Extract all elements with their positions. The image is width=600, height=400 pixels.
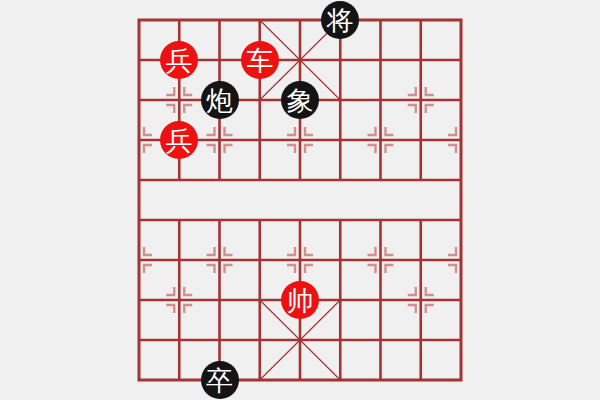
- board-point: 兵: [159, 120, 199, 160]
- board-point: 象: [280, 80, 320, 120]
- board-point: 将: [320, 0, 360, 40]
- xiangqi-diagram: 将兵车炮象兵帅卒: [0, 0, 600, 400]
- board-point: 卒: [199, 360, 239, 400]
- piece-red-soldier[interactable]: 兵: [160, 41, 198, 79]
- piece-red-soldier[interactable]: 兵: [160, 121, 198, 159]
- piece-red-chariot[interactable]: 车: [241, 41, 279, 79]
- board-point: 帅: [280, 280, 320, 320]
- board-point: 炮: [199, 80, 239, 120]
- piece-red-general[interactable]: 帅: [281, 281, 319, 319]
- board-point: 车: [240, 40, 280, 80]
- piece-layer: 将兵车炮象兵帅卒: [119, 0, 481, 400]
- piece-black-elephant[interactable]: 象: [281, 81, 319, 119]
- piece-black-cannon[interactable]: 炮: [201, 81, 239, 119]
- piece-black-soldier[interactable]: 卒: [201, 361, 239, 399]
- piece-black-general[interactable]: 将: [321, 1, 359, 39]
- board-point: 兵: [159, 40, 199, 80]
